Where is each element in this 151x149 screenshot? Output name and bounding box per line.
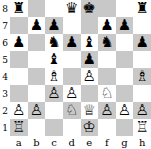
- square-b8[interactable]: [28, 0, 46, 17]
- rank-label-1: 1: [0, 119, 10, 136]
- piece-white-pawn: ♙: [135, 103, 148, 118]
- square-d3[interactable]: ♙: [63, 85, 81, 102]
- piece-white-knight: ♘: [100, 86, 113, 101]
- piece-white-rook: ♖: [12, 120, 25, 135]
- square-h5[interactable]: [133, 51, 151, 68]
- square-d6[interactable]: ♟: [63, 34, 81, 51]
- square-a3[interactable]: [10, 85, 28, 102]
- square-f6[interactable]: ♞: [98, 34, 116, 51]
- piece-black-pawn: ♟: [30, 18, 43, 33]
- piece-black-knight: ♞: [47, 35, 60, 50]
- piece-black-pawn: ♟: [100, 18, 113, 33]
- square-b7[interactable]: ♟: [28, 17, 46, 34]
- square-g7[interactable]: ♟: [116, 17, 134, 34]
- square-a5[interactable]: [10, 51, 28, 68]
- file-label-b: b: [28, 136, 46, 149]
- square-b4[interactable]: [28, 68, 46, 85]
- square-h1[interactable]: ♖: [133, 119, 151, 136]
- rank-label-3: 3: [0, 85, 10, 102]
- piece-white-pawn: ♙: [83, 69, 96, 84]
- square-d5[interactable]: [63, 51, 81, 68]
- piece-white-rook: ♖: [135, 120, 148, 135]
- square-a8[interactable]: ♜: [10, 0, 28, 17]
- square-a1[interactable]: ♖: [10, 119, 28, 136]
- file-label-h: h: [133, 136, 151, 149]
- file-label-e: e: [81, 136, 99, 149]
- square-c1[interactable]: [45, 119, 63, 136]
- piece-black-pawn: ♟: [118, 18, 131, 33]
- file-label-c: c: [45, 136, 63, 149]
- piece-black-rook: ♜: [135, 1, 148, 16]
- square-a4[interactable]: [10, 68, 28, 85]
- piece-white-pawn: ♙: [12, 103, 25, 118]
- square-c5[interactable]: ♝: [45, 51, 63, 68]
- square-e7[interactable]: [81, 17, 99, 34]
- piece-white-pawn: ♙: [47, 86, 60, 101]
- piece-white-knight: ♘: [65, 103, 78, 118]
- square-g2[interactable]: ♙: [116, 102, 134, 119]
- square-e6[interactable]: ♝: [81, 34, 99, 51]
- piece-black-king: ♚: [83, 1, 96, 16]
- square-d7[interactable]: [63, 17, 81, 34]
- square-f2[interactable]: ♙: [98, 102, 116, 119]
- file-label-f: f: [98, 136, 116, 149]
- square-b3[interactable]: [28, 85, 46, 102]
- piece-black-pawn: ♟: [135, 35, 148, 50]
- piece-black-pawn: ♟: [47, 18, 60, 33]
- square-d1[interactable]: [63, 119, 81, 136]
- piece-black-pawn: ♟: [12, 35, 25, 50]
- rank-label-2: 2: [0, 102, 10, 119]
- square-f7[interactable]: ♟: [98, 17, 116, 34]
- square-h7[interactable]: [133, 17, 151, 34]
- piece-black-bishop: ♝: [47, 52, 60, 67]
- square-g8[interactable]: [116, 0, 134, 17]
- square-d2[interactable]: ♘: [63, 102, 81, 119]
- square-a7[interactable]: [10, 17, 28, 34]
- square-d8[interactable]: ♛: [63, 0, 81, 17]
- piece-white-queen: ♕: [83, 103, 96, 118]
- piece-black-pawn: ♟: [83, 52, 96, 67]
- square-f8[interactable]: [98, 0, 116, 17]
- square-g5[interactable]: [116, 51, 134, 68]
- square-d4[interactable]: [63, 68, 81, 85]
- square-b5[interactable]: [28, 51, 46, 68]
- piece-black-bishop: ♝: [83, 35, 96, 50]
- square-g6[interactable]: [116, 34, 134, 51]
- file-label-a: a: [10, 136, 28, 149]
- piece-black-knight: ♞: [100, 35, 113, 50]
- square-b2[interactable]: ♙: [28, 102, 46, 119]
- square-g1[interactable]: [116, 119, 134, 136]
- square-e2[interactable]: ♕: [81, 102, 99, 119]
- square-a6[interactable]: ♟: [10, 34, 28, 51]
- rank-label-4: 4: [0, 68, 10, 85]
- square-e8[interactable]: ♚: [81, 0, 99, 17]
- piece-white-king: ♔: [83, 120, 96, 135]
- square-h3[interactable]: [133, 85, 151, 102]
- square-f3[interactable]: ♘: [98, 85, 116, 102]
- square-c8[interactable]: [45, 0, 63, 17]
- rank-label-5: 5: [0, 51, 10, 68]
- square-c4[interactable]: ♗: [45, 68, 63, 85]
- square-h2[interactable]: ♙: [133, 102, 151, 119]
- file-labels: abcdefgh: [10, 136, 151, 149]
- square-c7[interactable]: ♟: [45, 17, 63, 34]
- square-g3[interactable]: [116, 85, 134, 102]
- square-b1[interactable]: [28, 119, 46, 136]
- square-e4[interactable]: ♙: [81, 68, 99, 85]
- square-c2[interactable]: [45, 102, 63, 119]
- square-e1[interactable]: ♔: [81, 119, 99, 136]
- square-f5[interactable]: [98, 51, 116, 68]
- piece-white-pawn: ♙: [65, 86, 78, 101]
- square-b6[interactable]: [28, 34, 46, 51]
- rank-labels: 87654321: [0, 0, 10, 136]
- square-a2[interactable]: ♙: [10, 102, 28, 119]
- file-label-d: d: [63, 136, 81, 149]
- square-e5[interactable]: ♟: [81, 51, 99, 68]
- square-g4[interactable]: [116, 68, 134, 85]
- rank-label-7: 7: [0, 17, 10, 34]
- piece-white-pawn: ♙: [100, 103, 113, 118]
- piece-black-rook: ♜: [12, 1, 25, 16]
- piece-black-pawn: ♟: [65, 35, 78, 50]
- square-h8[interactable]: ♜: [133, 0, 151, 17]
- piece-white-bishop: ♗: [135, 69, 148, 84]
- piece-white-pawn: ♙: [118, 103, 131, 118]
- chess-board: ♜♛♚♜♟♟♟♟♟♞♟♝♞♟♝♟♗♙♗♙♙♘♙♙♘♕♙♙♙♖♔♖: [10, 0, 151, 136]
- piece-white-pawn: ♙: [30, 103, 43, 118]
- square-c6[interactable]: ♞: [45, 34, 63, 51]
- rank-label-8: 8: [0, 0, 10, 17]
- square-e3[interactable]: [81, 85, 99, 102]
- rank-label-6: 6: [0, 34, 10, 51]
- piece-black-queen: ♛: [65, 1, 78, 16]
- piece-white-bishop: ♗: [47, 69, 60, 84]
- square-c3[interactable]: ♙: [45, 85, 63, 102]
- square-f1[interactable]: [98, 119, 116, 136]
- file-label-g: g: [116, 136, 134, 149]
- square-f4[interactable]: [98, 68, 116, 85]
- square-h4[interactable]: ♗: [133, 68, 151, 85]
- square-h6[interactable]: ♟: [133, 34, 151, 51]
- chess-diagram: 87654321 ♜♛♚♜♟♟♟♟♟♞♟♝♞♟♝♟♗♙♗♙♙♘♙♙♘♕♙♙♙♖♔…: [0, 0, 151, 149]
